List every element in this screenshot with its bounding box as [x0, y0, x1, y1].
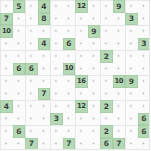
empty-cell[interactable] — [50, 138, 63, 151]
empty-cell[interactable] — [125, 38, 138, 51]
clue-cell[interactable]: 9 — [113, 0, 126, 13]
empty-cell[interactable] — [100, 113, 113, 126]
empty-cell[interactable] — [13, 138, 26, 151]
empty-cell[interactable] — [75, 25, 88, 38]
empty-cell[interactable] — [38, 138, 51, 151]
empty-cell[interactable] — [50, 75, 63, 88]
empty-cell[interactable] — [88, 88, 101, 101]
empty-cell[interactable] — [25, 113, 38, 126]
empty-cell[interactable] — [50, 100, 63, 113]
clue-cell[interactable]: 4 — [38, 38, 51, 51]
empty-cell[interactable] — [50, 50, 63, 63]
empty-cell[interactable] — [13, 38, 26, 51]
empty-cell[interactable] — [38, 100, 51, 113]
empty-cell[interactable] — [25, 0, 38, 13]
clue-cell[interactable]: 6 — [13, 125, 26, 138]
empty-cell[interactable] — [100, 75, 113, 88]
empty-cell[interactable] — [75, 88, 88, 101]
clue-cell[interactable]: 12 — [75, 0, 88, 13]
empty-cell[interactable] — [138, 75, 151, 88]
empty-cell[interactable] — [38, 50, 51, 63]
empty-cell[interactable] — [0, 75, 13, 88]
clue-cell[interactable]: 9 — [125, 75, 138, 88]
empty-cell[interactable] — [138, 100, 151, 113]
empty-cell[interactable] — [25, 100, 38, 113]
clue-cell[interactable]: 3 — [50, 113, 63, 126]
empty-cell[interactable] — [75, 63, 88, 76]
clue-cell[interactable]: 7 — [113, 138, 126, 151]
empty-cell[interactable] — [63, 113, 76, 126]
empty-cell[interactable] — [125, 25, 138, 38]
empty-cell[interactable] — [138, 0, 151, 13]
empty-cell[interactable] — [0, 125, 13, 138]
empty-cell[interactable] — [138, 63, 151, 76]
empty-cell[interactable] — [125, 125, 138, 138]
clue-cell[interactable]: 10 — [63, 63, 76, 76]
empty-cell[interactable] — [100, 38, 113, 51]
empty-cell[interactable] — [25, 88, 38, 101]
empty-cell[interactable] — [63, 125, 76, 138]
empty-cell[interactable] — [13, 50, 26, 63]
empty-cell[interactable] — [63, 13, 76, 26]
empty-cell[interactable] — [88, 13, 101, 26]
puzzle-board: 54129783109463266101610974122366267767 — [0, 0, 150, 150]
empty-cell[interactable] — [63, 100, 76, 113]
clue-cell[interactable]: 12 — [75, 100, 88, 113]
clue-cell[interactable]: 7 — [25, 138, 38, 151]
clue-cell[interactable]: 6 — [13, 63, 26, 76]
empty-cell[interactable] — [88, 0, 101, 13]
empty-cell[interactable] — [50, 88, 63, 101]
empty-cell[interactable] — [63, 50, 76, 63]
clue-cell[interactable]: 7 — [38, 88, 51, 101]
empty-cell[interactable] — [13, 75, 26, 88]
empty-cell[interactable] — [13, 100, 26, 113]
empty-cell[interactable] — [100, 63, 113, 76]
empty-cell[interactable] — [50, 125, 63, 138]
clue-cell[interactable]: 4 — [38, 0, 51, 13]
empty-cell[interactable] — [88, 63, 101, 76]
empty-cell[interactable] — [38, 113, 51, 126]
clue-cell[interactable]: 10 — [113, 75, 126, 88]
empty-cell[interactable] — [88, 75, 101, 88]
empty-cell[interactable] — [63, 88, 76, 101]
empty-cell[interactable] — [0, 63, 13, 76]
empty-cell[interactable] — [75, 50, 88, 63]
empty-cell[interactable] — [63, 0, 76, 13]
empty-cell[interactable] — [125, 50, 138, 63]
empty-cell[interactable] — [138, 25, 151, 38]
empty-cell[interactable] — [25, 75, 38, 88]
empty-cell[interactable] — [125, 0, 138, 13]
empty-cell[interactable] — [75, 13, 88, 26]
empty-cell[interactable] — [88, 113, 101, 126]
empty-cell[interactable] — [113, 100, 126, 113]
empty-cell[interactable] — [25, 125, 38, 138]
empty-cell[interactable] — [113, 113, 126, 126]
empty-cell[interactable] — [88, 38, 101, 51]
clue-cell[interactable]: 9 — [88, 25, 101, 38]
empty-cell[interactable] — [50, 0, 63, 13]
empty-cell[interactable] — [38, 63, 51, 76]
clue-cell[interactable]: 6 — [100, 138, 113, 151]
empty-cell[interactable] — [138, 88, 151, 101]
empty-cell[interactable] — [100, 0, 113, 13]
empty-cell[interactable] — [100, 13, 113, 26]
empty-cell[interactable] — [0, 38, 13, 51]
empty-cell[interactable] — [100, 25, 113, 38]
empty-cell[interactable] — [113, 88, 126, 101]
empty-cell[interactable] — [50, 38, 63, 51]
empty-cell[interactable] — [50, 25, 63, 38]
clue-cell[interactable]: 5 — [13, 0, 26, 13]
clue-cell[interactable]: 6 — [25, 63, 38, 76]
empty-cell[interactable] — [138, 13, 151, 26]
empty-cell[interactable] — [75, 138, 88, 151]
empty-cell[interactable] — [113, 25, 126, 38]
empty-cell[interactable] — [113, 63, 126, 76]
empty-cell[interactable] — [0, 50, 13, 63]
clue-cell[interactable]: 6 — [63, 38, 76, 51]
empty-cell[interactable] — [25, 13, 38, 26]
empty-cell[interactable] — [25, 50, 38, 63]
empty-cell[interactable] — [0, 138, 13, 151]
empty-cell[interactable] — [138, 138, 151, 151]
empty-cell[interactable] — [38, 25, 51, 38]
empty-cell[interactable] — [25, 38, 38, 51]
empty-cell[interactable] — [88, 138, 101, 151]
clue-cell[interactable]: 8 — [38, 13, 51, 26]
clue-cell[interactable]: 2 — [100, 125, 113, 138]
empty-cell[interactable] — [38, 125, 51, 138]
empty-cell[interactable] — [125, 138, 138, 151]
empty-cell[interactable] — [138, 50, 151, 63]
empty-cell[interactable] — [25, 25, 38, 38]
empty-cell[interactable] — [113, 50, 126, 63]
empty-cell[interactable] — [75, 113, 88, 126]
empty-cell[interactable] — [0, 88, 13, 101]
empty-cell[interactable] — [75, 38, 88, 51]
clue-cell[interactable]: 2 — [100, 50, 113, 63]
empty-cell[interactable] — [113, 13, 126, 26]
clue-cell[interactable]: 3 — [138, 38, 151, 51]
empty-cell[interactable] — [125, 63, 138, 76]
empty-cell[interactable] — [50, 13, 63, 26]
empty-cell[interactable] — [113, 125, 126, 138]
empty-cell[interactable] — [88, 125, 101, 138]
empty-cell[interactable] — [13, 13, 26, 26]
clue-cell[interactable]: 6 — [138, 113, 151, 126]
clue-cell[interactable]: 7 — [63, 138, 76, 151]
empty-cell[interactable] — [63, 25, 76, 38]
clue-cell[interactable]: 16 — [75, 75, 88, 88]
empty-cell[interactable] — [100, 88, 113, 101]
empty-cell[interactable] — [125, 113, 138, 126]
empty-cell[interactable] — [50, 63, 63, 76]
empty-cell[interactable] — [63, 75, 76, 88]
clue-cell[interactable]: 10 — [0, 25, 13, 38]
empty-cell[interactable] — [0, 113, 13, 126]
empty-cell[interactable] — [0, 0, 13, 13]
empty-cell[interactable] — [13, 25, 26, 38]
empty-cell[interactable] — [13, 88, 26, 101]
empty-cell[interactable] — [88, 50, 101, 63]
clue-cell[interactable]: 2 — [100, 100, 113, 113]
empty-cell[interactable] — [88, 100, 101, 113]
empty-cell[interactable] — [38, 75, 51, 88]
empty-cell[interactable] — [125, 100, 138, 113]
clue-cell[interactable]: 3 — [125, 13, 138, 26]
clue-cell[interactable]: 7 — [0, 13, 13, 26]
clue-cell[interactable]: 6 — [138, 125, 151, 138]
empty-cell[interactable] — [125, 88, 138, 101]
empty-cell[interactable] — [113, 38, 126, 51]
clue-cell[interactable]: 4 — [0, 100, 13, 113]
empty-cell[interactable] — [75, 125, 88, 138]
empty-cell[interactable] — [13, 113, 26, 126]
